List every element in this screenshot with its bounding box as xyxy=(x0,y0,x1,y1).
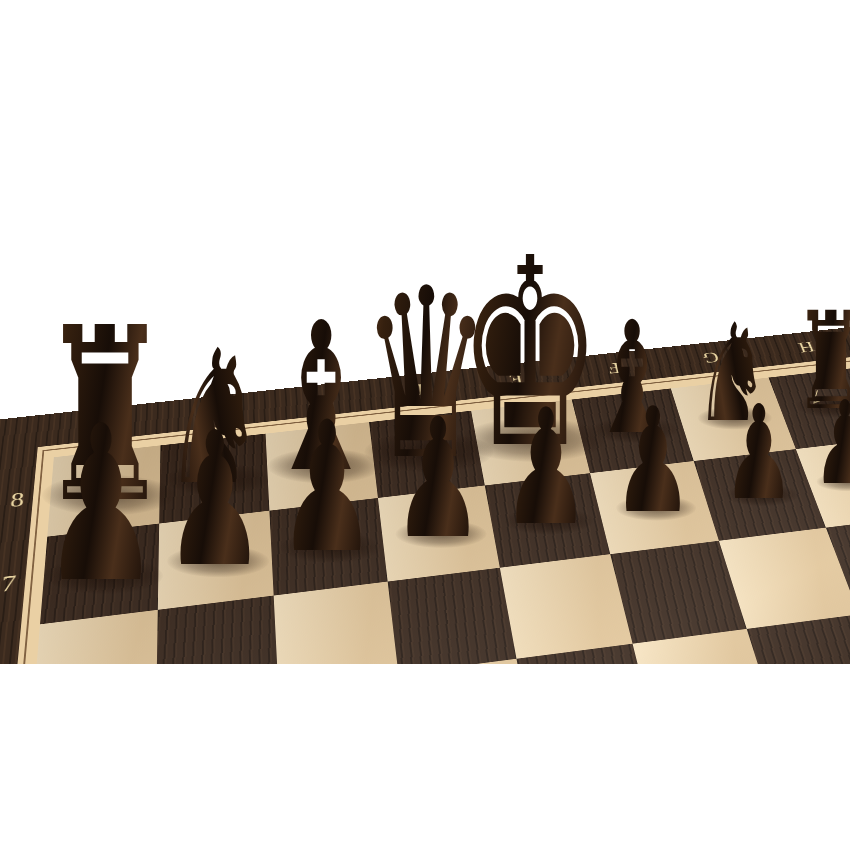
square-e6 xyxy=(500,554,633,659)
square-b8 xyxy=(159,434,269,524)
square-a7 xyxy=(40,524,159,625)
square-e7 xyxy=(485,473,610,568)
square-d7 xyxy=(378,485,500,581)
square-d8 xyxy=(369,411,485,498)
square-e8 xyxy=(471,400,590,486)
chess-photo-scene: ABCDEFGH 87654321 87654321 ABCDEFGH 7 ♜♞… xyxy=(0,0,850,850)
chess-board: ABCDEFGH 87654321 87654321 ABCDEFGH xyxy=(0,321,850,664)
square-d6 xyxy=(388,568,517,664)
square-b7 xyxy=(158,511,274,610)
square-c8 xyxy=(266,422,378,511)
square-c6 xyxy=(274,582,399,664)
square-a8 xyxy=(47,445,160,536)
square-c7 xyxy=(269,498,387,596)
photo-crop-band: ABCDEFGH 87654321 87654321 ABCDEFGH xyxy=(0,0,850,664)
